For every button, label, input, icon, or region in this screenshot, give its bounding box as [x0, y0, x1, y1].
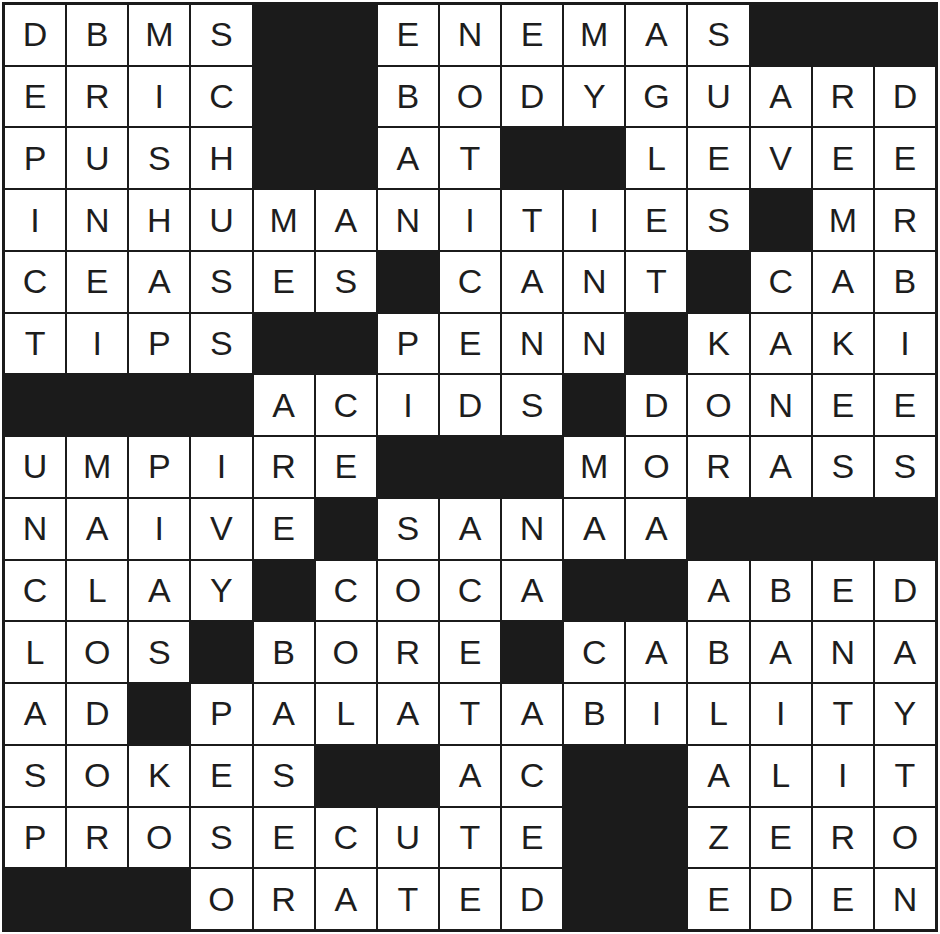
cell-r1-c7[interactable]: E [378, 5, 438, 65]
block-r7-c3 [129, 375, 189, 435]
cell-r10-c13[interactable]: B [751, 561, 811, 621]
cell-r10-c9[interactable]: A [502, 561, 562, 621]
cell-r11-c1[interactable]: L [5, 622, 65, 682]
cell-r3-c3[interactable]: S [129, 128, 189, 188]
block-r8-c7 [378, 437, 438, 497]
cell-r15-c13[interactable]: D [751, 869, 811, 929]
block-r7-c4 [191, 375, 251, 435]
cell-r14-c9[interactable]: E [502, 808, 562, 868]
cell-r7-c12[interactable]: O [688, 375, 748, 435]
cell-r4-c8[interactable]: I [440, 190, 500, 250]
cell-r8-c13[interactable]: A [751, 437, 811, 497]
cell-r11-c6[interactable]: O [316, 622, 376, 682]
cell-r12-c13[interactable]: I [751, 684, 811, 744]
block-r6-c11 [626, 314, 686, 374]
cell-r13-c12[interactable]: A [688, 746, 748, 806]
cell-r1-c2[interactable]: B [67, 5, 127, 65]
block-r14-c11 [626, 808, 686, 868]
cell-r15-c12[interactable]: E [688, 869, 748, 929]
block-r13-c6 [316, 746, 376, 806]
cell-r12-c4[interactable]: P [191, 684, 251, 744]
block-r1-c13 [751, 5, 811, 65]
block-r1-c6 [316, 5, 376, 65]
cell-r6-c12[interactable]: K [688, 314, 748, 374]
cell-r11-c8[interactable]: E [440, 622, 500, 682]
block-r1-c15 [875, 5, 935, 65]
cell-r4-c3[interactable]: H [129, 190, 189, 250]
cell-r2-c15[interactable]: D [875, 67, 935, 127]
block-r15-c11 [626, 869, 686, 929]
cell-r8-c2[interactable]: M [67, 437, 127, 497]
cell-r7-c15[interactable]: E [875, 375, 935, 435]
cell-r11-c7[interactable]: R [378, 622, 438, 682]
cell-r13-c1[interactable]: S [5, 746, 65, 806]
block-r12-c3 [129, 684, 189, 744]
cell-r8-c11[interactable]: O [626, 437, 686, 497]
cell-r2-c10[interactable]: Y [564, 67, 624, 127]
cell-r15-c7[interactable]: T [378, 869, 438, 929]
cell-r15-c14[interactable]: E [813, 869, 873, 929]
cell-r4-c1[interactable]: I [5, 190, 65, 250]
cell-r3-c12[interactable]: E [688, 128, 748, 188]
cell-r14-c13[interactable]: E [751, 808, 811, 868]
block-r11-c9 [502, 622, 562, 682]
cell-r4-c10[interactable]: I [564, 190, 624, 250]
cell-r4-c15[interactable]: R [875, 190, 935, 250]
cell-r3-c2[interactable]: U [67, 128, 127, 188]
cell-r10-c6[interactable]: C [316, 561, 376, 621]
cell-r2-c7[interactable]: B [378, 67, 438, 127]
cell-r8-c12[interactable]: R [688, 437, 748, 497]
cell-r14-c14[interactable]: R [813, 808, 873, 868]
cell-r14-c4[interactable]: S [191, 808, 251, 868]
cell-r6-c13[interactable]: A [751, 314, 811, 374]
cell-r6-c9[interactable]: N [502, 314, 562, 374]
cell-r15-c15[interactable]: N [875, 869, 935, 929]
cell-r5-c11[interactable]: T [626, 252, 686, 312]
cell-r15-c6[interactable]: A [316, 869, 376, 929]
cell-r14-c7[interactable]: U [378, 808, 438, 868]
block-r13-c11 [626, 746, 686, 806]
cell-r14-c8[interactable]: T [440, 808, 500, 868]
cell-r8-c14[interactable]: S [813, 437, 873, 497]
cell-r7-c14[interactable]: E [813, 375, 873, 435]
cell-r2-c3[interactable]: I [129, 67, 189, 127]
cell-r13-c9[interactable]: C [502, 746, 562, 806]
block-r1-c14 [813, 5, 873, 65]
cell-r6-c7[interactable]: P [378, 314, 438, 374]
cell-r15-c5[interactable]: R [254, 869, 314, 929]
cell-r1-c4[interactable]: S [191, 5, 251, 65]
cell-r1-c1[interactable]: D [5, 5, 65, 65]
cell-r4-c2[interactable]: N [67, 190, 127, 250]
cell-r12-c2[interactable]: D [67, 684, 127, 744]
cell-r7-c9[interactable]: S [502, 375, 562, 435]
block-r13-c7 [378, 746, 438, 806]
block-r3-c5 [254, 128, 314, 188]
cell-r9-c2[interactable]: A [67, 499, 127, 559]
block-r7-c10 [564, 375, 624, 435]
cell-r1-c12[interactable]: S [688, 5, 748, 65]
block-r9-c14 [813, 499, 873, 559]
cell-r10-c1[interactable]: C [5, 561, 65, 621]
cell-r12-c15[interactable]: Y [875, 684, 935, 744]
cell-r9-c4[interactable]: V [191, 499, 251, 559]
cell-r11-c2[interactable]: O [67, 622, 127, 682]
cell-r3-c15[interactable]: E [875, 128, 935, 188]
cell-r4-c11[interactable]: E [626, 190, 686, 250]
block-r15-c3 [129, 869, 189, 929]
block-r14-c10 [564, 808, 624, 868]
cell-r5-c1[interactable]: C [5, 252, 65, 312]
block-r7-c2 [67, 375, 127, 435]
cell-r11-c3[interactable]: S [129, 622, 189, 682]
cell-r7-c7[interactable]: I [378, 375, 438, 435]
cell-r12-c5[interactable]: A [254, 684, 314, 744]
cell-r1-c9[interactable]: E [502, 5, 562, 65]
cell-r5-c8[interactable]: C [440, 252, 500, 312]
cell-r5-c10[interactable]: N [564, 252, 624, 312]
cell-r13-c14[interactable]: I [813, 746, 873, 806]
block-r2-c5 [254, 67, 314, 127]
cell-r3-c11[interactable]: L [626, 128, 686, 188]
cell-r7-c5[interactable]: A [254, 375, 314, 435]
cell-r11-c10[interactable]: C [564, 622, 624, 682]
cell-r15-c8[interactable]: E [440, 869, 500, 929]
block-r6-c6 [316, 314, 376, 374]
cell-r14-c2[interactable]: R [67, 808, 127, 868]
cell-r5-c2[interactable]: E [67, 252, 127, 312]
cell-r11-c12[interactable]: B [688, 622, 748, 682]
cell-r7-c13[interactable]: N [751, 375, 811, 435]
cell-r8-c10[interactable]: M [564, 437, 624, 497]
cell-r13-c5[interactable]: S [254, 746, 314, 806]
crossword-board-wrapper: DBMSENEMASERICBODYGUARDPUSHATLEVEEINHUMA… [0, 0, 940, 934]
cell-r3-c14[interactable]: E [813, 128, 873, 188]
block-r11-c4 [191, 622, 251, 682]
block-r13-c10 [564, 746, 624, 806]
cell-r6-c3[interactable]: P [129, 314, 189, 374]
block-r15-c1 [5, 869, 65, 929]
cell-r2-c11[interactable]: G [626, 67, 686, 127]
cell-r4-c9[interactable]: T [502, 190, 562, 250]
block-r10-c10 [564, 561, 624, 621]
cell-r4-c12[interactable]: S [688, 190, 748, 250]
cell-r8-c5[interactable]: R [254, 437, 314, 497]
cell-r8-c3[interactable]: P [129, 437, 189, 497]
cell-r3-c8[interactable]: T [440, 128, 500, 188]
cell-r8-c4[interactable]: I [191, 437, 251, 497]
cell-r10-c2[interactable]: L [67, 561, 127, 621]
cell-r11-c13[interactable]: A [751, 622, 811, 682]
block-r6-c5 [254, 314, 314, 374]
cell-r9-c3[interactable]: I [129, 499, 189, 559]
cell-r4-c14[interactable]: M [813, 190, 873, 250]
cell-r14-c5[interactable]: E [254, 808, 314, 868]
cell-r7-c6[interactable]: C [316, 375, 376, 435]
cell-r2-c14[interactable]: R [813, 67, 873, 127]
cell-r14-c15[interactable]: O [875, 808, 935, 868]
cell-r11-c15[interactable]: A [875, 622, 935, 682]
block-r3-c6 [316, 128, 376, 188]
block-r15-c10 [564, 869, 624, 929]
cell-r12-c9[interactable]: A [502, 684, 562, 744]
cell-r2-c8[interactable]: O [440, 67, 500, 127]
block-r5-c12 [688, 252, 748, 312]
cell-r12-c6[interactable]: L [316, 684, 376, 744]
cell-r2-c13[interactable]: A [751, 67, 811, 127]
cell-r4-c6[interactable]: A [316, 190, 376, 250]
block-r8-c9 [502, 437, 562, 497]
block-r4-c13 [751, 190, 811, 250]
block-r15-c2 [67, 869, 127, 929]
cell-r12-c11[interactable]: I [626, 684, 686, 744]
cell-r6-c8[interactable]: E [440, 314, 500, 374]
block-r1-c5 [254, 5, 314, 65]
cell-r10-c12[interactable]: A [688, 561, 748, 621]
cell-r5-c6[interactable]: S [316, 252, 376, 312]
cell-r7-c8[interactable]: D [440, 375, 500, 435]
cell-r9-c7[interactable]: S [378, 499, 438, 559]
cell-r9-c1[interactable]: N [5, 499, 65, 559]
cell-r5-c14[interactable]: A [813, 252, 873, 312]
cell-r13-c13[interactable]: L [751, 746, 811, 806]
crossword-grid: DBMSENEMASERICBODYGUARDPUSHATLEVEEINHUMA… [2, 2, 938, 932]
cell-r6-c14[interactable]: K [813, 314, 873, 374]
cell-r10-c15[interactable]: D [875, 561, 935, 621]
cell-r11-c14[interactable]: N [813, 622, 873, 682]
cell-r3-c1[interactable]: P [5, 128, 65, 188]
cell-r9-c11[interactable]: A [626, 499, 686, 559]
cell-r5-c15[interactable]: B [875, 252, 935, 312]
block-r7-c1 [5, 375, 65, 435]
cell-r8-c1[interactable]: U [5, 437, 65, 497]
block-r10-c11 [626, 561, 686, 621]
cell-r6-c1[interactable]: T [5, 314, 65, 374]
cell-r13-c15[interactable]: T [875, 746, 935, 806]
cell-r13-c8[interactable]: A [440, 746, 500, 806]
cell-r10-c7[interactable]: O [378, 561, 438, 621]
cell-r11-c11[interactable]: A [626, 622, 686, 682]
cell-r6-c2[interactable]: I [67, 314, 127, 374]
cell-r2-c12[interactable]: U [688, 67, 748, 127]
cell-r5-c13[interactable]: C [751, 252, 811, 312]
block-r9-c6 [316, 499, 376, 559]
block-r9-c13 [751, 499, 811, 559]
cell-r6-c10[interactable]: N [564, 314, 624, 374]
cell-r10-c4[interactable]: Y [191, 561, 251, 621]
cell-r6-c4[interactable]: S [191, 314, 251, 374]
cell-r3-c13[interactable]: V [751, 128, 811, 188]
cell-r14-c3[interactable]: O [129, 808, 189, 868]
block-r9-c15 [875, 499, 935, 559]
cell-r13-c4[interactable]: E [191, 746, 251, 806]
block-r5-c7 [378, 252, 438, 312]
cell-r7-c11[interactable]: D [626, 375, 686, 435]
cell-r9-c10[interactable]: A [564, 499, 624, 559]
cell-r5-c9[interactable]: A [502, 252, 562, 312]
cell-r4-c7[interactable]: N [378, 190, 438, 250]
block-r10-c5 [254, 561, 314, 621]
cell-r2-c1[interactable]: E [5, 67, 65, 127]
cell-r4-c4[interactable]: U [191, 190, 251, 250]
cell-r15-c9[interactable]: D [502, 869, 562, 929]
block-r8-c8 [440, 437, 500, 497]
cell-r12-c10[interactable]: B [564, 684, 624, 744]
cell-r12-c7[interactable]: A [378, 684, 438, 744]
block-r9-c12 [688, 499, 748, 559]
cell-r12-c14[interactable]: T [813, 684, 873, 744]
cell-r1-c8[interactable]: N [440, 5, 500, 65]
cell-r9-c5[interactable]: E [254, 499, 314, 559]
block-r3-c9 [502, 128, 562, 188]
cell-r10-c3[interactable]: A [129, 561, 189, 621]
cell-r6-c15[interactable]: I [875, 314, 935, 374]
cell-r8-c6[interactable]: E [316, 437, 376, 497]
cell-r4-c5[interactable]: M [254, 190, 314, 250]
cell-r14-c6[interactable]: C [316, 808, 376, 868]
cell-r13-c3[interactable]: K [129, 746, 189, 806]
cell-r3-c4[interactable]: H [191, 128, 251, 188]
cell-r3-c7[interactable]: A [378, 128, 438, 188]
cell-r12-c12[interactable]: L [688, 684, 748, 744]
cell-r13-c2[interactable]: O [67, 746, 127, 806]
cell-r12-c1[interactable]: A [5, 684, 65, 744]
cell-r5-c3[interactable]: A [129, 252, 189, 312]
cell-r10-c14[interactable]: E [813, 561, 873, 621]
cell-r12-c8[interactable]: T [440, 684, 500, 744]
cell-r2-c9[interactable]: D [502, 67, 562, 127]
cell-r1-c10[interactable]: M [564, 5, 624, 65]
cell-r11-c5[interactable]: B [254, 622, 314, 682]
cell-r1-c3[interactable]: M [129, 5, 189, 65]
cell-r2-c4[interactable]: C [191, 67, 251, 127]
cell-r5-c4[interactable]: S [191, 252, 251, 312]
cell-r14-c1[interactable]: P [5, 808, 65, 868]
cell-r8-c15[interactable]: S [875, 437, 935, 497]
cell-r1-c11[interactable]: A [626, 5, 686, 65]
block-r3-c10 [564, 128, 624, 188]
cell-r9-c8[interactable]: A [440, 499, 500, 559]
cell-r14-c12[interactable]: Z [688, 808, 748, 868]
cell-r10-c8[interactable]: C [440, 561, 500, 621]
cell-r15-c4[interactable]: O [191, 869, 251, 929]
cell-r2-c2[interactable]: R [67, 67, 127, 127]
block-r2-c6 [316, 67, 376, 127]
cell-r5-c5[interactable]: E [254, 252, 314, 312]
cell-r9-c9[interactable]: N [502, 499, 562, 559]
